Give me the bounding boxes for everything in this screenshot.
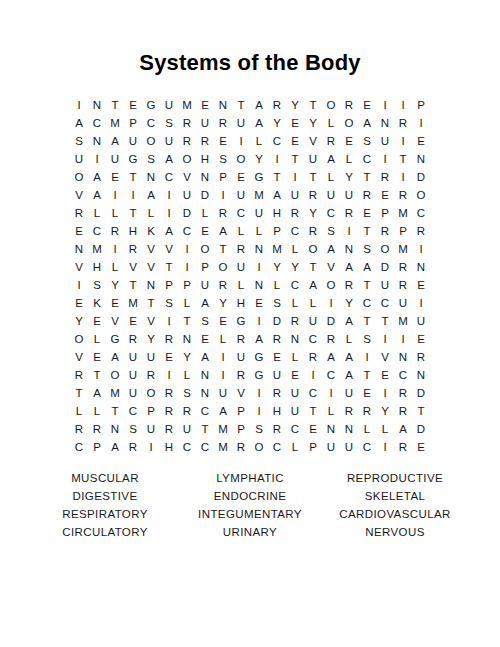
grid-cell[interactable]: T: [178, 312, 196, 330]
grid-cell[interactable]: C: [286, 420, 304, 438]
grid-cell[interactable]: N: [412, 258, 430, 276]
grid-cell[interactable]: R: [286, 312, 304, 330]
grid-cell[interactable]: C: [358, 150, 376, 168]
grid-cell[interactable]: A: [358, 114, 376, 132]
grid-cell[interactable]: E: [124, 312, 142, 330]
grid-cell[interactable]: R: [178, 402, 196, 420]
grid-cell[interactable]: Y: [268, 114, 286, 132]
grid-cell[interactable]: V: [70, 348, 88, 366]
grid-cell[interactable]: R: [142, 366, 160, 384]
grid-cell[interactable]: V: [124, 258, 142, 276]
grid-cell[interactable]: R: [124, 330, 142, 348]
grid-cell[interactable]: G: [250, 366, 268, 384]
grid-cell[interactable]: S: [160, 294, 178, 312]
grid-cell[interactable]: P: [268, 222, 286, 240]
grid-cell[interactable]: T: [286, 150, 304, 168]
grid-cell[interactable]: R: [268, 420, 286, 438]
grid-cell[interactable]: N: [70, 240, 88, 258]
grid-cell[interactable]: M: [214, 438, 232, 456]
grid-cell[interactable]: Y: [178, 348, 196, 366]
grid-cell[interactable]: Y: [106, 276, 124, 294]
grid-cell[interactable]: R: [88, 420, 106, 438]
grid-cell[interactable]: R: [268, 330, 286, 348]
grid-cell[interactable]: L: [232, 276, 250, 294]
grid-cell[interactable]: L: [304, 294, 322, 312]
grid-cell[interactable]: U: [70, 150, 88, 168]
grid-cell[interactable]: U: [160, 132, 178, 150]
grid-cell[interactable]: T: [70, 384, 88, 402]
grid-cell[interactable]: H: [124, 222, 142, 240]
grid-cell[interactable]: L: [340, 150, 358, 168]
grid-cell[interactable]: O: [142, 384, 160, 402]
grid-cell[interactable]: A: [322, 150, 340, 168]
grid-cell[interactable]: D: [268, 312, 286, 330]
grid-cell[interactable]: U: [286, 402, 304, 420]
grid-cell[interactable]: L: [286, 240, 304, 258]
grid-cell[interactable]: V: [106, 312, 124, 330]
grid-cell[interactable]: L: [322, 114, 340, 132]
grid-cell[interactable]: O: [322, 276, 340, 294]
grid-cell[interactable]: M: [394, 312, 412, 330]
grid-cell[interactable]: I: [160, 312, 178, 330]
grid-cell[interactable]: I: [214, 186, 232, 204]
grid-cell[interactable]: C: [70, 438, 88, 456]
grid-cell[interactable]: N: [88, 96, 106, 114]
grid-cell[interactable]: Y: [340, 168, 358, 186]
grid-cell[interactable]: T: [304, 258, 322, 276]
grid-cell[interactable]: N: [142, 276, 160, 294]
grid-cell[interactable]: O: [304, 240, 322, 258]
grid-cell[interactable]: A: [88, 384, 106, 402]
grid-cell[interactable]: O: [322, 96, 340, 114]
grid-cell[interactable]: C: [268, 132, 286, 150]
grid-cell[interactable]: C: [178, 222, 196, 240]
grid-cell[interactable]: C: [142, 114, 160, 132]
grid-cell[interactable]: E: [286, 114, 304, 132]
grid-cell[interactable]: G: [142, 96, 160, 114]
grid-cell[interactable]: N: [196, 384, 214, 402]
grid-cell[interactable]: C: [304, 330, 322, 348]
grid-cell[interactable]: T: [394, 150, 412, 168]
grid-cell[interactable]: I: [88, 150, 106, 168]
grid-cell[interactable]: L: [322, 402, 340, 420]
grid-cell[interactable]: G: [232, 312, 250, 330]
grid-cell[interactable]: I: [394, 330, 412, 348]
grid-cell[interactable]: C: [232, 204, 250, 222]
grid-cell[interactable]: L: [214, 330, 232, 348]
grid-cell[interactable]: E: [88, 312, 106, 330]
grid-cell[interactable]: U: [232, 186, 250, 204]
grid-cell[interactable]: O: [178, 150, 196, 168]
grid-cell[interactable]: L: [376, 420, 394, 438]
grid-cell[interactable]: R: [214, 204, 232, 222]
grid-cell[interactable]: R: [178, 114, 196, 132]
grid-cell[interactable]: U: [340, 438, 358, 456]
grid-cell[interactable]: M: [106, 114, 124, 132]
grid-cell[interactable]: G: [250, 168, 268, 186]
grid-cell[interactable]: N: [412, 150, 430, 168]
grid-cell[interactable]: L: [340, 330, 358, 348]
grid-cell[interactable]: A: [160, 150, 178, 168]
grid-cell[interactable]: P: [142, 402, 160, 420]
grid-cell[interactable]: E: [70, 222, 88, 240]
grid-cell[interactable]: A: [160, 222, 178, 240]
grid-cell[interactable]: I: [232, 132, 250, 150]
grid-cell[interactable]: H: [232, 294, 250, 312]
grid-cell[interactable]: R: [232, 366, 250, 384]
grid-cell[interactable]: R: [394, 276, 412, 294]
grid-cell[interactable]: H: [88, 258, 106, 276]
grid-cell[interactable]: E: [340, 132, 358, 150]
grid-cell[interactable]: E: [286, 366, 304, 384]
grid-cell[interactable]: E: [412, 438, 430, 456]
grid-cell[interactable]: U: [142, 420, 160, 438]
grid-cell[interactable]: L: [106, 204, 124, 222]
grid-cell[interactable]: Y: [70, 312, 88, 330]
grid-cell[interactable]: E: [214, 132, 232, 150]
grid-cell[interactable]: U: [286, 384, 304, 402]
grid-cell[interactable]: I: [376, 150, 394, 168]
grid-cell[interactable]: O: [232, 150, 250, 168]
grid-cell[interactable]: L: [268, 276, 286, 294]
grid-cell[interactable]: I: [412, 294, 430, 312]
grid-cell[interactable]: A: [88, 168, 106, 186]
grid-cell[interactable]: U: [232, 114, 250, 132]
grid-cell[interactable]: E: [196, 96, 214, 114]
grid-cell[interactable]: I: [394, 96, 412, 114]
grid-cell[interactable]: C: [394, 366, 412, 384]
grid-cell[interactable]: C: [268, 438, 286, 456]
grid-cell[interactable]: N: [142, 168, 160, 186]
grid-cell[interactable]: E: [358, 96, 376, 114]
grid-cell[interactable]: R: [340, 276, 358, 294]
grid-cell[interactable]: T: [214, 240, 232, 258]
grid-cell[interactable]: A: [322, 348, 340, 366]
grid-cell[interactable]: U: [376, 132, 394, 150]
grid-cell[interactable]: I: [160, 204, 178, 222]
grid-cell[interactable]: A: [340, 312, 358, 330]
grid-cell[interactable]: O: [70, 168, 88, 186]
grid-cell[interactable]: D: [412, 420, 430, 438]
grid-cell[interactable]: I: [322, 294, 340, 312]
grid-cell[interactable]: U: [322, 438, 340, 456]
grid-cell[interactable]: H: [268, 402, 286, 420]
grid-cell[interactable]: Y: [376, 402, 394, 420]
grid-cell[interactable]: U: [232, 348, 250, 366]
grid-cell[interactable]: T: [88, 366, 106, 384]
grid-cell[interactable]: L: [178, 294, 196, 312]
grid-cell[interactable]: V: [142, 240, 160, 258]
grid-cell[interactable]: T: [106, 96, 124, 114]
grid-cell[interactable]: U: [304, 312, 322, 330]
grid-cell[interactable]: U: [106, 150, 124, 168]
grid-cell[interactable]: R: [160, 384, 178, 402]
grid-cell[interactable]: I: [250, 312, 268, 330]
grid-cell[interactable]: O: [106, 366, 124, 384]
grid-cell[interactable]: I: [412, 240, 430, 258]
grid-cell[interactable]: E: [376, 186, 394, 204]
grid-cell[interactable]: U: [214, 384, 232, 402]
grid-cell[interactable]: P: [304, 438, 322, 456]
grid-cell[interactable]: I: [178, 240, 196, 258]
grid-cell[interactable]: E: [124, 96, 142, 114]
grid-cell[interactable]: R: [124, 438, 142, 456]
grid-cell[interactable]: P: [376, 204, 394, 222]
grid-cell[interactable]: N: [286, 330, 304, 348]
grid-cell[interactable]: A: [268, 186, 286, 204]
grid-cell[interactable]: Y: [304, 114, 322, 132]
grid-cell[interactable]: P: [196, 258, 214, 276]
grid-cell[interactable]: D: [412, 168, 430, 186]
grid-cell[interactable]: I: [376, 96, 394, 114]
grid-cell[interactable]: I: [106, 186, 124, 204]
grid-cell[interactable]: I: [178, 258, 196, 276]
grid-cell[interactable]: I: [412, 114, 430, 132]
grid-cell[interactable]: C: [196, 438, 214, 456]
grid-cell[interactable]: Y: [142, 330, 160, 348]
grid-cell[interactable]: U: [250, 204, 268, 222]
grid-cell[interactable]: P: [178, 276, 196, 294]
grid-cell[interactable]: C: [358, 438, 376, 456]
grid-cell[interactable]: P: [160, 276, 178, 294]
grid-cell[interactable]: E: [412, 132, 430, 150]
grid-cell[interactable]: S: [214, 150, 232, 168]
grid-cell[interactable]: A: [394, 420, 412, 438]
grid-cell[interactable]: V: [70, 186, 88, 204]
grid-cell[interactable]: S: [70, 132, 88, 150]
grid-cell[interactable]: T: [196, 420, 214, 438]
grid-cell[interactable]: I: [376, 384, 394, 402]
grid-cell[interactable]: V: [70, 258, 88, 276]
grid-cell[interactable]: U: [124, 384, 142, 402]
grid-cell[interactable]: T: [232, 96, 250, 114]
grid-cell[interactable]: S: [358, 240, 376, 258]
grid-cell[interactable]: T: [412, 402, 430, 420]
grid-cell[interactable]: O: [376, 240, 394, 258]
grid-cell[interactable]: A: [70, 114, 88, 132]
grid-cell[interactable]: E: [106, 168, 124, 186]
grid-cell[interactable]: R: [394, 384, 412, 402]
grid-cell[interactable]: C: [160, 168, 178, 186]
grid-cell[interactable]: U: [196, 276, 214, 294]
grid-cell[interactable]: C: [286, 276, 304, 294]
grid-cell[interactable]: A: [250, 330, 268, 348]
grid-cell[interactable]: A: [106, 132, 124, 150]
grid-cell[interactable]: L: [196, 204, 214, 222]
grid-cell[interactable]: S: [358, 132, 376, 150]
grid-cell[interactable]: U: [124, 366, 142, 384]
grid-cell[interactable]: S: [124, 420, 142, 438]
grid-cell[interactable]: L: [358, 420, 376, 438]
grid-cell[interactable]: I: [124, 186, 142, 204]
grid-cell[interactable]: H: [268, 204, 286, 222]
grid-cell[interactable]: L: [88, 204, 106, 222]
grid-cell[interactable]: R: [160, 402, 178, 420]
grid-cell[interactable]: O: [70, 330, 88, 348]
grid-cell[interactable]: U: [124, 348, 142, 366]
grid-cell[interactable]: T: [124, 204, 142, 222]
grid-cell[interactable]: I: [250, 384, 268, 402]
grid-cell[interactable]: E: [160, 348, 178, 366]
grid-cell[interactable]: R: [160, 420, 178, 438]
grid-cell[interactable]: A: [196, 294, 214, 312]
grid-cell[interactable]: S: [268, 294, 286, 312]
grid-cell[interactable]: I: [106, 240, 124, 258]
grid-cell[interactable]: R: [340, 96, 358, 114]
grid-cell[interactable]: R: [232, 240, 250, 258]
grid-cell[interactable]: N: [322, 420, 340, 438]
grid-cell[interactable]: A: [214, 222, 232, 240]
grid-cell[interactable]: M: [214, 420, 232, 438]
grid-cell[interactable]: A: [340, 258, 358, 276]
grid-cell[interactable]: E: [106, 294, 124, 312]
grid-cell[interactable]: T: [358, 366, 376, 384]
grid-cell[interactable]: M: [178, 96, 196, 114]
grid-cell[interactable]: N: [394, 348, 412, 366]
grid-cell[interactable]: E: [70, 294, 88, 312]
grid-cell[interactable]: P: [232, 402, 250, 420]
grid-cell[interactable]: S: [250, 420, 268, 438]
grid-cell[interactable]: R: [196, 132, 214, 150]
grid-cell[interactable]: U: [376, 276, 394, 294]
grid-cell[interactable]: N: [106, 420, 124, 438]
grid-cell[interactable]: L: [232, 222, 250, 240]
grid-cell[interactable]: R: [394, 186, 412, 204]
grid-cell[interactable]: I: [376, 330, 394, 348]
grid-cell[interactable]: I: [268, 150, 286, 168]
grid-cell[interactable]: O: [412, 186, 430, 204]
grid-cell[interactable]: D: [322, 312, 340, 330]
grid-cell[interactable]: G: [250, 348, 268, 366]
grid-cell[interactable]: I: [322, 384, 340, 402]
grid-cell[interactable]: R: [70, 204, 88, 222]
grid-cell[interactable]: A: [142, 186, 160, 204]
grid-cell[interactable]: S: [196, 312, 214, 330]
grid-cell[interactable]: L: [88, 402, 106, 420]
grid-cell[interactable]: C: [196, 402, 214, 420]
grid-cell[interactable]: S: [142, 150, 160, 168]
grid-cell[interactable]: H: [196, 150, 214, 168]
grid-cell[interactable]: E: [304, 420, 322, 438]
grid-cell[interactable]: R: [304, 222, 322, 240]
grid-cell[interactable]: C: [376, 294, 394, 312]
grid-cell[interactable]: A: [250, 96, 268, 114]
grid-cell[interactable]: L: [142, 204, 160, 222]
grid-cell[interactable]: O: [142, 132, 160, 150]
grid-cell[interactable]: V: [232, 384, 250, 402]
grid-cell[interactable]: T: [106, 402, 124, 420]
grid-cell[interactable]: N: [250, 240, 268, 258]
grid-cell[interactable]: T: [376, 312, 394, 330]
grid-cell[interactable]: I: [160, 366, 178, 384]
grid-cell[interactable]: L: [286, 348, 304, 366]
grid-cell[interactable]: E: [268, 348, 286, 366]
grid-cell[interactable]: D: [376, 258, 394, 276]
grid-cell[interactable]: V: [376, 348, 394, 366]
grid-cell[interactable]: R: [358, 186, 376, 204]
grid-cell[interactable]: L: [70, 402, 88, 420]
grid-cell[interactable]: U: [160, 96, 178, 114]
grid-cell[interactable]: U: [142, 348, 160, 366]
grid-cell[interactable]: U: [304, 150, 322, 168]
grid-cell[interactable]: L: [322, 168, 340, 186]
grid-cell[interactable]: P: [412, 96, 430, 114]
grid-cell[interactable]: C: [178, 438, 196, 456]
grid-cell[interactable]: U: [412, 312, 430, 330]
grid-cell[interactable]: M: [394, 204, 412, 222]
grid-cell[interactable]: L: [88, 330, 106, 348]
grid-cell[interactable]: G: [124, 150, 142, 168]
grid-cell[interactable]: A: [106, 348, 124, 366]
grid-cell[interactable]: L: [178, 366, 196, 384]
grid-cell[interactable]: R: [412, 222, 430, 240]
grid-cell[interactable]: S: [178, 384, 196, 402]
grid-cell[interactable]: N: [340, 420, 358, 438]
grid-cell[interactable]: I: [250, 258, 268, 276]
grid-cell[interactable]: I: [160, 186, 178, 204]
grid-cell[interactable]: R: [412, 348, 430, 366]
grid-cell[interactable]: E: [232, 168, 250, 186]
grid-cell[interactable]: R: [268, 384, 286, 402]
grid-cell[interactable]: R: [70, 420, 88, 438]
grid-cell[interactable]: U: [124, 132, 142, 150]
grid-cell[interactable]: T: [268, 168, 286, 186]
grid-cell[interactable]: R: [214, 276, 232, 294]
grid-cell[interactable]: K: [142, 222, 160, 240]
grid-cell[interactable]: I: [70, 96, 88, 114]
grid-cell[interactable]: E: [412, 330, 430, 348]
grid-cell[interactable]: C: [412, 204, 430, 222]
grid-cell[interactable]: V: [160, 240, 178, 258]
grid-cell[interactable]: C: [358, 294, 376, 312]
grid-cell[interactable]: P: [88, 438, 106, 456]
grid-cell[interactable]: R: [394, 114, 412, 132]
grid-cell[interactable]: S: [358, 330, 376, 348]
grid-cell[interactable]: Y: [340, 294, 358, 312]
grid-cell[interactable]: I: [214, 348, 232, 366]
grid-cell[interactable]: C: [124, 402, 142, 420]
grid-cell[interactable]: N: [340, 240, 358, 258]
grid-cell[interactable]: A: [358, 258, 376, 276]
grid-cell[interactable]: I: [376, 438, 394, 456]
grid-cell[interactable]: T: [304, 402, 322, 420]
grid-cell[interactable]: A: [340, 348, 358, 366]
grid-cell[interactable]: T: [358, 276, 376, 294]
grid-cell[interactable]: A: [214, 402, 232, 420]
grid-cell[interactable]: N: [88, 132, 106, 150]
grid-cell[interactable]: R: [304, 186, 322, 204]
grid-cell[interactable]: I: [70, 276, 88, 294]
grid-cell[interactable]: I: [286, 168, 304, 186]
grid-cell[interactable]: E: [286, 132, 304, 150]
grid-cell[interactable]: S: [322, 222, 340, 240]
grid-cell[interactable]: Y: [286, 96, 304, 114]
grid-cell[interactable]: R: [340, 402, 358, 420]
grid-cell[interactable]: R: [160, 330, 178, 348]
grid-cell[interactable]: E: [196, 330, 214, 348]
grid-cell[interactable]: G: [106, 330, 124, 348]
grid-cell[interactable]: V: [178, 168, 196, 186]
grid-cell[interactable]: C: [322, 366, 340, 384]
grid-cell[interactable]: O: [250, 438, 268, 456]
grid-cell[interactable]: L: [286, 294, 304, 312]
grid-cell[interactable]: N: [196, 366, 214, 384]
grid-cell[interactable]: I: [394, 132, 412, 150]
grid-cell[interactable]: P: [232, 420, 250, 438]
grid-cell[interactable]: R: [376, 222, 394, 240]
grid-cell[interactable]: R: [70, 366, 88, 384]
grid-cell[interactable]: D: [196, 186, 214, 204]
